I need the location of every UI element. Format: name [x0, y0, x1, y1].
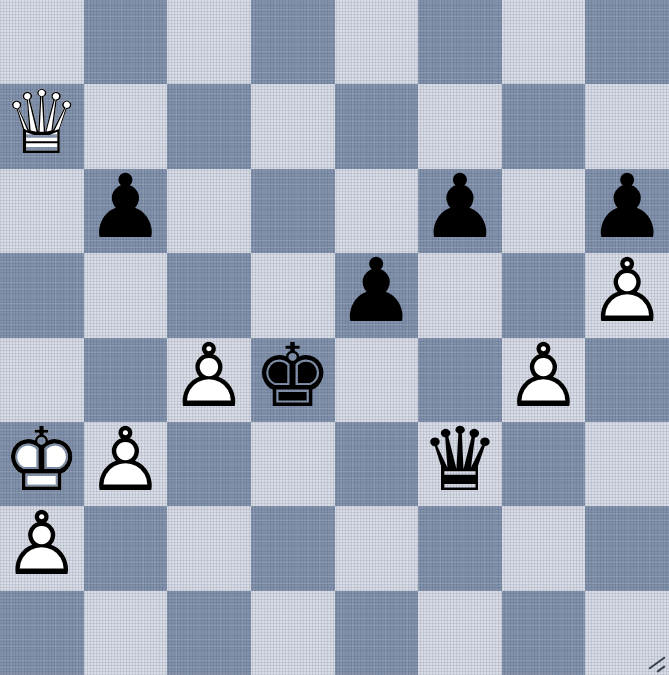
square-f5[interactable]: [418, 253, 502, 337]
square-e7[interactable]: [335, 84, 419, 168]
square-e8[interactable]: [335, 0, 419, 84]
chess-board-wrap: ♛♕♟♟♟♟♟♙♟♙♚♟♙♚♔♟♙♛♟♙: [0, 0, 669, 675]
piece-white-queen-a7[interactable]: ♛♕: [0, 84, 84, 168]
square-d1[interactable]: [251, 591, 335, 675]
square-e2[interactable]: [335, 506, 419, 590]
square-d2[interactable]: [251, 506, 335, 590]
square-h8[interactable]: [585, 0, 669, 84]
piece-black-pawn-b6[interactable]: ♟: [84, 169, 168, 253]
square-f8[interactable]: [418, 0, 502, 84]
square-f1[interactable]: [418, 591, 502, 675]
square-a2[interactable]: ♟♙: [0, 506, 84, 590]
black-pawn-glyph: ♟: [86, 163, 165, 251]
white-queen-glyph: ♕: [2, 79, 81, 167]
square-c6[interactable]: [167, 169, 251, 253]
piece-white-pawn-b3[interactable]: ♟♙: [84, 422, 168, 506]
square-b3[interactable]: ♟♙: [84, 422, 168, 506]
piece-white-pawn-g4[interactable]: ♟♙: [502, 338, 586, 422]
square-b1[interactable]: [84, 591, 168, 675]
square-f6[interactable]: ♟: [418, 169, 502, 253]
black-queen-glyph: ♛: [420, 417, 499, 505]
square-f2[interactable]: [418, 506, 502, 590]
square-g7[interactable]: [502, 84, 586, 168]
piece-white-pawn-h5[interactable]: ♟♙: [585, 253, 669, 337]
chess-board: ♛♕♟♟♟♟♟♙♟♙♚♟♙♚♔♟♙♛♟♙: [0, 0, 669, 675]
white-pawn-glyph: ♙: [504, 332, 583, 420]
white-pawn-glyph: ♙: [2, 501, 81, 589]
piece-white-pawn-a2[interactable]: ♟♙: [0, 506, 84, 590]
square-h4[interactable]: [585, 338, 669, 422]
square-d8[interactable]: [251, 0, 335, 84]
square-b8[interactable]: [84, 0, 168, 84]
square-c2[interactable]: [167, 506, 251, 590]
black-pawn-glyph: ♟: [420, 163, 499, 251]
black-pawn-glyph: ♟: [588, 163, 667, 251]
square-c8[interactable]: [167, 0, 251, 84]
square-e3[interactable]: [335, 422, 419, 506]
square-c1[interactable]: [167, 591, 251, 675]
scratch-line-icon: [656, 665, 665, 672]
corner-scratch-mark: [646, 655, 668, 673]
square-a7[interactable]: ♛♕: [0, 84, 84, 168]
black-pawn-glyph: ♟: [337, 248, 416, 336]
square-e1[interactable]: [335, 591, 419, 675]
square-b6[interactable]: ♟: [84, 169, 168, 253]
piece-black-king-d4[interactable]: ♚: [251, 338, 335, 422]
piece-black-pawn-f6[interactable]: ♟: [418, 169, 502, 253]
square-g3[interactable]: [502, 422, 586, 506]
square-h2[interactable]: [585, 506, 669, 590]
square-c3[interactable]: [167, 422, 251, 506]
square-c4[interactable]: ♟♙: [167, 338, 251, 422]
square-c7[interactable]: [167, 84, 251, 168]
square-d3[interactable]: [251, 422, 335, 506]
square-h5[interactable]: ♟♙: [585, 253, 669, 337]
piece-black-queen-f3[interactable]: ♛: [418, 422, 502, 506]
white-pawn-glyph: ♙: [170, 332, 249, 420]
square-a6[interactable]: [0, 169, 84, 253]
square-g6[interactable]: [502, 169, 586, 253]
square-e5[interactable]: ♟: [335, 253, 419, 337]
piece-white-pawn-c4[interactable]: ♟♙: [167, 338, 251, 422]
white-pawn-glyph: ♙: [86, 417, 165, 505]
square-d4[interactable]: ♚: [251, 338, 335, 422]
square-d7[interactable]: [251, 84, 335, 168]
white-pawn-glyph: ♙: [588, 248, 667, 336]
white-king-glyph: ♔: [2, 417, 81, 505]
square-g4[interactable]: ♟♙: [502, 338, 586, 422]
square-b2[interactable]: [84, 506, 168, 590]
square-g2[interactable]: [502, 506, 586, 590]
square-d6[interactable]: [251, 169, 335, 253]
square-a5[interactable]: [0, 253, 84, 337]
square-g8[interactable]: [502, 0, 586, 84]
square-e4[interactable]: [335, 338, 419, 422]
piece-black-pawn-e5[interactable]: ♟: [335, 253, 419, 337]
square-h3[interactable]: [585, 422, 669, 506]
square-b5[interactable]: [84, 253, 168, 337]
square-f3[interactable]: ♛: [418, 422, 502, 506]
square-a1[interactable]: [0, 591, 84, 675]
square-g1[interactable]: [502, 591, 586, 675]
black-king-glyph: ♚: [253, 332, 332, 420]
